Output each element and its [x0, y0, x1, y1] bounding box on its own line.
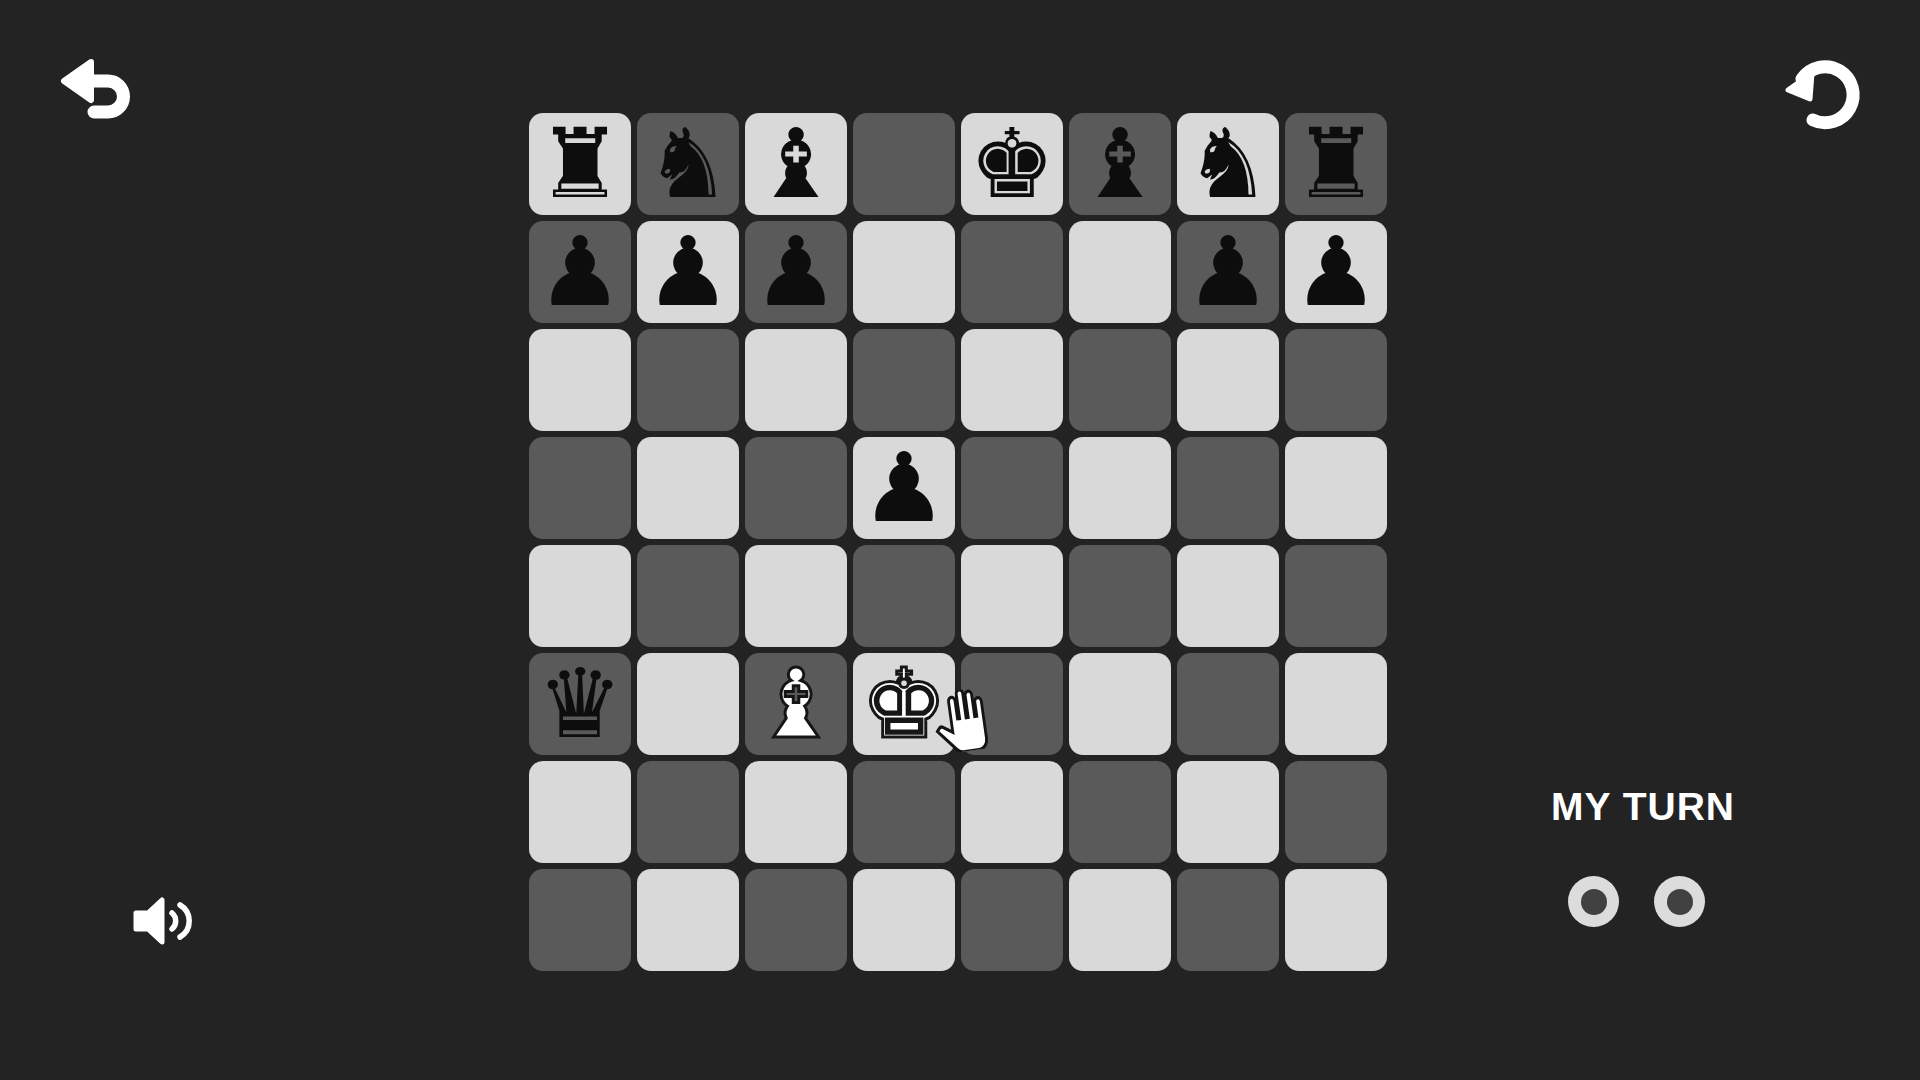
square-h6[interactable] — [1285, 329, 1387, 431]
black-rook-a8[interactable]: ♜ — [537, 113, 623, 215]
square-c3[interactable]: ♝ — [745, 653, 847, 755]
square-a7[interactable]: ♟ — [529, 221, 631, 323]
square-f1[interactable] — [1069, 869, 1171, 971]
square-g5[interactable] — [1177, 437, 1279, 539]
square-d4[interactable] — [853, 545, 955, 647]
square-g2[interactable] — [1177, 761, 1279, 863]
square-f5[interactable] — [1069, 437, 1171, 539]
square-d7[interactable] — [853, 221, 955, 323]
square-h8[interactable]: ♜ — [1285, 113, 1387, 215]
turn-dot-2 — [1654, 876, 1705, 927]
square-b1[interactable] — [637, 869, 739, 971]
black-knight-b8[interactable]: ♞ — [645, 113, 731, 215]
black-pawn-g7[interactable]: ♟ — [1185, 221, 1271, 323]
square-h3[interactable] — [1285, 653, 1387, 755]
black-king-e8[interactable]: ♚ — [969, 113, 1055, 215]
black-pawn-h7[interactable]: ♟ — [1293, 221, 1379, 323]
square-b2[interactable] — [637, 761, 739, 863]
square-b7[interactable]: ♟ — [637, 221, 739, 323]
square-h7[interactable]: ♟ — [1285, 221, 1387, 323]
square-a6[interactable] — [529, 329, 631, 431]
back-button[interactable] — [55, 56, 139, 124]
chess-board: ♜♞♝♚♝♞♜♟♟♟♟♟♟♛♝♚ — [529, 113, 1387, 971]
square-b4[interactable] — [637, 545, 739, 647]
square-c4[interactable] — [745, 545, 847, 647]
black-pawn-c7[interactable]: ♟ — [753, 221, 839, 323]
square-b5[interactable] — [637, 437, 739, 539]
turn-indicator-dots — [1568, 876, 1705, 927]
square-a5[interactable] — [529, 437, 631, 539]
square-d6[interactable] — [853, 329, 955, 431]
square-c6[interactable] — [745, 329, 847, 431]
restart-button[interactable] — [1782, 52, 1868, 138]
square-a8[interactable]: ♜ — [529, 113, 631, 215]
square-e6[interactable] — [961, 329, 1063, 431]
black-bishop-c8[interactable]: ♝ — [753, 113, 839, 215]
square-e2[interactable] — [961, 761, 1063, 863]
square-h4[interactable] — [1285, 545, 1387, 647]
square-e1[interactable] — [961, 869, 1063, 971]
square-g3[interactable] — [1177, 653, 1279, 755]
square-f4[interactable] — [1069, 545, 1171, 647]
back-icon — [55, 56, 139, 124]
square-c8[interactable]: ♝ — [745, 113, 847, 215]
square-c5[interactable] — [745, 437, 847, 539]
square-f8[interactable]: ♝ — [1069, 113, 1171, 215]
black-pawn-b7[interactable]: ♟ — [645, 221, 731, 323]
square-e7[interactable] — [961, 221, 1063, 323]
turn-dot-1 — [1568, 876, 1619, 927]
square-h5[interactable] — [1285, 437, 1387, 539]
square-e3[interactable] — [961, 653, 1063, 755]
square-e5[interactable] — [961, 437, 1063, 539]
square-h1[interactable] — [1285, 869, 1387, 971]
square-b6[interactable] — [637, 329, 739, 431]
square-b3[interactable] — [637, 653, 739, 755]
square-d2[interactable] — [853, 761, 955, 863]
square-g7[interactable]: ♟ — [1177, 221, 1279, 323]
black-knight-g8[interactable]: ♞ — [1185, 113, 1271, 215]
black-queen-a3[interactable]: ♛ — [537, 653, 623, 755]
square-c2[interactable] — [745, 761, 847, 863]
square-c7[interactable]: ♟ — [745, 221, 847, 323]
turn-dot-1-center — [1581, 889, 1607, 915]
square-c1[interactable] — [745, 869, 847, 971]
speaker-icon — [128, 894, 208, 948]
sound-button[interactable] — [128, 894, 208, 948]
square-d5[interactable]: ♟ — [853, 437, 955, 539]
square-h2[interactable] — [1285, 761, 1387, 863]
turn-status-label: MY TURN — [1536, 785, 1750, 829]
black-rook-h8[interactable]: ♜ — [1293, 113, 1379, 215]
white-bishop-c3[interactable]: ♝ — [753, 653, 839, 755]
square-f2[interactable] — [1069, 761, 1171, 863]
square-a3[interactable]: ♛ — [529, 653, 631, 755]
black-pawn-d5[interactable]: ♟ — [861, 437, 947, 539]
black-bishop-f8[interactable]: ♝ — [1077, 113, 1163, 215]
square-g8[interactable]: ♞ — [1177, 113, 1279, 215]
square-a2[interactable] — [529, 761, 631, 863]
square-d3[interactable]: ♚ — [853, 653, 955, 755]
square-e8[interactable]: ♚ — [961, 113, 1063, 215]
square-a4[interactable] — [529, 545, 631, 647]
square-b8[interactable]: ♞ — [637, 113, 739, 215]
square-g1[interactable] — [1177, 869, 1279, 971]
square-g6[interactable] — [1177, 329, 1279, 431]
square-e4[interactable] — [961, 545, 1063, 647]
white-king-d3[interactable]: ♚ — [861, 653, 947, 755]
turn-dot-2-center — [1667, 889, 1693, 915]
square-f6[interactable] — [1069, 329, 1171, 431]
square-g4[interactable] — [1177, 545, 1279, 647]
restart-icon — [1782, 52, 1868, 138]
square-f3[interactable] — [1069, 653, 1171, 755]
square-d1[interactable] — [853, 869, 955, 971]
square-d8[interactable] — [853, 113, 955, 215]
black-pawn-a7[interactable]: ♟ — [537, 221, 623, 323]
square-f7[interactable] — [1069, 221, 1171, 323]
square-a1[interactable] — [529, 869, 631, 971]
